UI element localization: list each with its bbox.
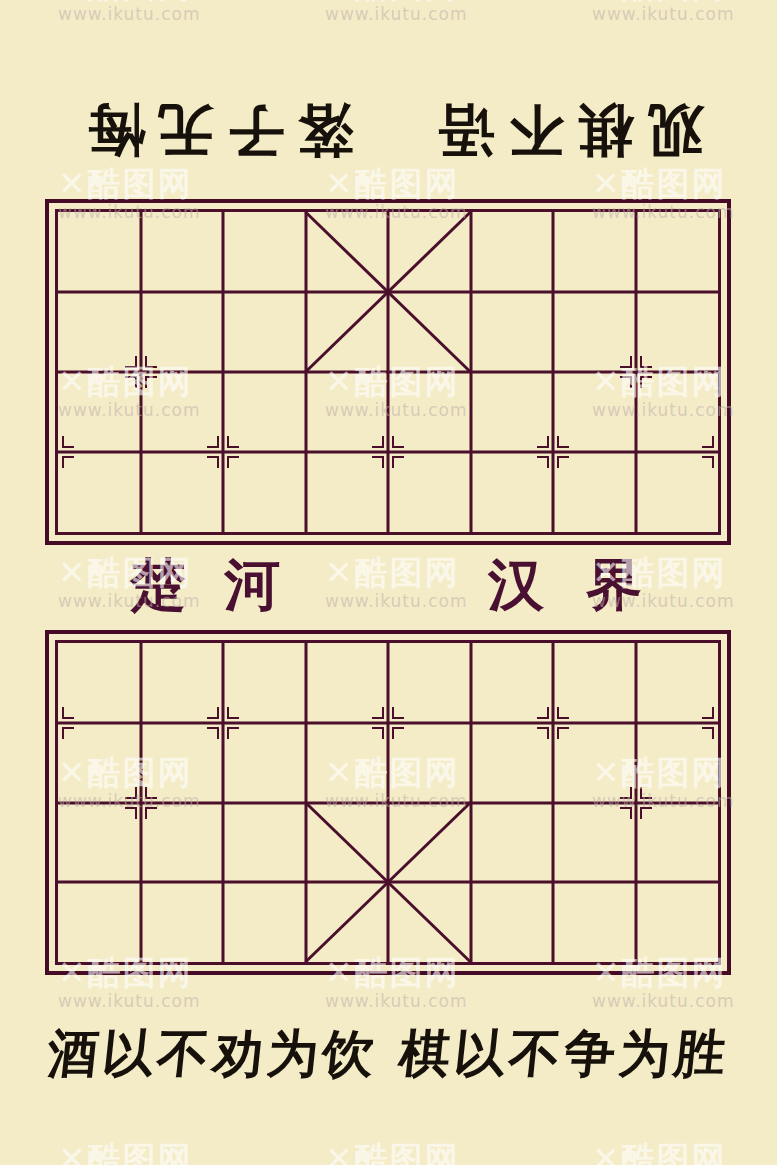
watermark-url: www.ikutu.com — [325, 5, 485, 23]
watermark-logo: ✕酷图网 — [592, 0, 752, 5]
point-marker-corner — [640, 807, 652, 819]
point-marker-corner — [557, 436, 569, 448]
watermark-logo: ✕酷图网 — [325, 554, 485, 592]
upper-board-grid[interactable] — [55, 209, 721, 535]
watermark: ✕酷图网www.ikutu.com — [58, 0, 218, 23]
point-marker-corner — [557, 707, 569, 719]
point-marker-corner — [145, 376, 157, 388]
watermark-url: www.ikutu.com — [592, 992, 752, 1010]
point-marker-corner — [62, 436, 74, 448]
watermark-logo: ✕酷图网 — [325, 0, 485, 5]
point-marker-corner — [372, 727, 384, 739]
point-marker-corner — [125, 807, 137, 819]
point-marker-corner — [62, 707, 74, 719]
watermark: ✕酷图网www.ikutu.com — [325, 1140, 485, 1165]
watermark: ✕酷图网www.ikutu.com — [58, 1140, 218, 1165]
point-marker-corner — [62, 456, 74, 468]
top-motto-rotated: 观棋不语 落子无悔 — [0, 88, 777, 172]
point-marker-corner — [227, 707, 239, 719]
river-label-han-jie: 汉界 — [488, 549, 684, 619]
point-marker-corner — [207, 727, 219, 739]
watermark-logo: ✕酷图网 — [58, 1140, 218, 1165]
watermark: ✕酷图网www.ikutu.com — [325, 0, 485, 23]
point-marker-corner — [227, 456, 239, 468]
point-marker-corner — [372, 436, 384, 448]
point-marker-corner — [227, 727, 239, 739]
point-marker-corner — [620, 376, 632, 388]
watermark-url: www.ikutu.com — [325, 992, 485, 1010]
point-marker-corner — [557, 727, 569, 739]
watermark-url: www.ikutu.com — [58, 992, 218, 1010]
river-label-chu-he: 楚河 — [130, 549, 318, 619]
watermark-logo: ✕酷图网 — [58, 0, 218, 5]
watermark-url: www.ikutu.com — [325, 592, 485, 610]
point-marker-corner — [145, 807, 157, 819]
point-marker-corner — [702, 707, 714, 719]
watermark-logo: ✕酷图网 — [592, 1140, 752, 1165]
point-marker-corner — [702, 456, 714, 468]
lower-board — [45, 630, 731, 975]
point-marker-corner — [207, 456, 219, 468]
point-marker-corner — [702, 436, 714, 448]
bottom-motto: 酒以不劝为饮 棋以不争为胜 — [0, 1012, 777, 1096]
upper-board — [45, 199, 731, 545]
point-marker-corner — [227, 436, 239, 448]
palace-diagonals — [58, 643, 718, 962]
watermark: ✕酷图网www.ikutu.com — [592, 1140, 752, 1165]
point-marker-corner — [207, 707, 219, 719]
watermark: ✕酷图网www.ikutu.com — [325, 554, 485, 610]
point-marker-corner — [392, 727, 404, 739]
watermark: ✕酷图网www.ikutu.com — [592, 0, 752, 23]
point-marker-corner — [62, 727, 74, 739]
lower-board-grid[interactable] — [55, 640, 721, 965]
point-marker-corner — [537, 727, 549, 739]
watermark-logo: ✕酷图网 — [325, 1140, 485, 1165]
point-marker-corner — [125, 787, 137, 799]
point-marker-corner — [372, 456, 384, 468]
point-marker-corner — [640, 376, 652, 388]
point-marker-corner — [537, 456, 549, 468]
point-marker-corner — [537, 436, 549, 448]
point-marker-corner — [207, 436, 219, 448]
point-marker-corner — [372, 707, 384, 719]
point-marker-corner — [145, 787, 157, 799]
watermark-url: www.ikutu.com — [58, 5, 218, 23]
point-marker-corner — [640, 787, 652, 799]
point-marker-corner — [392, 456, 404, 468]
point-marker-corner — [557, 456, 569, 468]
point-marker-corner — [640, 356, 652, 368]
point-marker-corner — [620, 356, 632, 368]
point-marker-corner — [392, 707, 404, 719]
point-marker-corner — [125, 376, 137, 388]
palace-diagonals — [58, 212, 718, 532]
point-marker-corner — [537, 707, 549, 719]
point-marker-corner — [392, 436, 404, 448]
point-marker-corner — [125, 356, 137, 368]
xiangqi-poster: 观棋不语 落子无悔 楚河 汉界 酒以不劝为饮 棋以不争为胜 ✕酷图网www.ik… — [0, 0, 777, 1165]
watermark-url: www.ikutu.com — [592, 5, 752, 23]
point-marker-corner — [145, 356, 157, 368]
point-marker-corner — [620, 787, 632, 799]
point-marker-corner — [702, 727, 714, 739]
point-marker-corner — [620, 807, 632, 819]
